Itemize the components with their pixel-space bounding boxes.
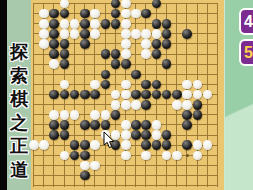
stone-black [60,39,70,49]
stone-black [90,90,100,100]
banner-char: 之 [8,111,30,135]
stone-black [101,70,111,80]
stone-black [80,39,90,49]
stone-black [101,49,111,59]
stone-white [121,80,131,90]
stone-white [182,90,192,100]
stone-black [141,9,151,19]
stone-white [141,151,151,161]
stone-white [182,80,192,90]
stone-white [80,161,90,171]
stone-black [80,29,90,39]
stone-black [111,0,121,8]
go-board[interactable] [31,0,224,190]
stone-black [152,39,162,49]
stone-white [39,39,49,49]
stone-black [80,9,90,19]
stone-white [70,110,80,120]
stone-black [131,120,141,130]
stone-white [121,120,131,130]
stone-black [152,80,162,90]
banner-char: 索 [8,64,30,88]
stone-white [193,80,203,90]
stone-white [121,130,131,140]
stone-white [193,151,203,161]
stone-black [60,130,70,140]
stone-black [90,120,100,130]
stone-black [60,9,70,19]
stone-black [60,49,70,59]
stone-black [152,49,162,59]
stone-black [80,140,90,150]
stone-black [152,140,162,150]
banner-char: 棋 [8,87,30,111]
stone-black [101,80,111,90]
stone-white [162,151,172,161]
stone-black [49,39,59,49]
stone-white [60,110,70,120]
stone-black [162,90,172,100]
stone-white [111,90,121,100]
stone-white [90,29,100,39]
stone-black [172,90,182,100]
stone-white [121,39,131,49]
stone-white [70,29,80,39]
stone-white [131,29,141,39]
stone-black [70,90,80,100]
stone-black [60,59,70,69]
go-board-grid[interactable] [33,3,218,187]
stone-black [182,110,192,120]
stone-white [60,151,70,161]
stone-white [90,140,100,150]
stone-black [182,140,192,150]
stone-black [162,130,172,140]
stone-white [60,29,70,39]
stone-white [121,9,131,19]
stone-black [131,70,141,80]
stone-black [70,140,80,150]
stone-black [101,120,111,130]
stone-white [101,110,111,120]
stone-black [80,120,90,130]
stone-black [49,90,59,100]
stone-white [172,151,182,161]
stone-black [101,19,111,29]
stone-black [141,80,151,90]
stone-white [193,90,203,100]
stone-white [90,80,100,90]
stone-white [121,19,131,29]
stone-white [131,9,141,19]
stone-black [141,90,151,100]
stone-black [193,100,203,110]
stone-white [121,49,131,59]
stone-white [49,59,59,69]
stone-white [49,110,59,120]
stone-white [111,100,121,110]
stone-black [60,90,70,100]
badge-4-label: 4 [244,14,253,30]
hoshi-point [186,154,189,157]
stone-black [111,110,121,120]
stone-white [152,29,162,39]
stone-white [90,161,100,171]
stone-black [152,90,162,100]
stone-white [152,120,162,130]
stone-white [60,0,70,8]
stone-black [60,120,70,130]
stone-black [141,100,151,110]
stone-white [39,19,49,29]
stone-white [90,19,100,29]
stone-white [121,151,131,161]
stone-black [111,9,121,19]
stone-white [172,100,182,110]
stone-black [141,140,151,150]
badge-5-label: 5 [244,45,253,61]
stone-white [70,19,80,29]
stone-white [121,0,131,8]
stone-black [111,59,121,69]
stone-white [121,140,131,150]
stone-white [90,9,100,19]
stone-white [121,90,131,100]
left-black-bar [0,0,7,190]
mouse-cursor-icon [103,132,116,153]
left-banner: 探索棋之正道 [7,0,32,190]
stone-white [203,90,213,100]
stone-white [141,29,151,39]
stone-white [141,49,151,59]
stone-black [111,19,121,29]
stone-white [39,9,49,19]
banner-text: 探索棋之正道 [7,40,31,181]
banner-char: 正 [8,134,30,158]
banner-char: 探 [8,40,30,64]
stone-black [131,130,141,140]
stone-white [90,110,100,120]
stone-black [141,130,151,140]
stone-black [80,151,90,161]
stone-black [49,19,59,29]
stone-black [49,29,59,39]
stone-white [152,130,162,140]
right-panel: 4 5 [224,0,253,190]
stone-white [121,29,131,39]
stone-black [182,120,192,130]
badge-4: 4 [239,8,253,35]
stone-black [182,29,192,39]
stone-black [49,130,59,140]
stone-black [70,151,80,161]
stone-black [152,19,162,29]
stone-white [121,100,131,110]
stone-white [203,140,213,150]
stone-white [141,39,151,49]
stone-black [131,90,141,100]
stone-black [121,59,131,69]
stone-black [49,49,59,59]
stone-black [193,110,203,120]
stone-black [49,9,59,19]
stone-black [162,19,172,29]
stone-white [39,29,49,39]
stone-black [49,120,59,130]
stone-white [131,100,141,110]
stone-black [80,171,90,181]
stone-white [182,100,192,110]
stone-black [162,140,172,150]
stone-black [111,49,121,59]
stone-white [60,19,70,29]
stone-white [29,140,39,150]
stone-black [80,19,90,29]
badge-5: 5 [239,39,253,66]
stone-white [60,80,70,90]
stone-black [141,120,151,130]
stone-black [152,0,162,8]
stone-white [39,140,49,150]
stone-white [193,140,203,150]
stone-black [162,29,172,39]
stone-black [162,39,172,49]
banner-char: 道 [8,158,30,182]
stone-black [80,90,90,100]
stone-black [162,59,172,69]
